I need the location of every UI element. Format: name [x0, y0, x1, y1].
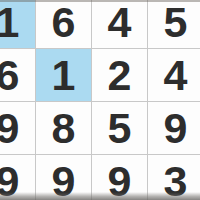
grid-cell[interactable]: 1: [0, 0, 35, 48]
grid-cell[interactable]: 6: [36, 0, 91, 48]
grid-cell[interactable]: 1: [36, 49, 91, 101]
sudoku-grid: 1 6 4 5 6 1 2 4 9 8 5 9 9 9 9 3: [0, 0, 200, 200]
grid-cell[interactable]: 5: [92, 102, 147, 154]
grid-cell[interactable]: 9: [0, 155, 35, 200]
grid-cell[interactable]: 5: [148, 0, 200, 48]
grid-cell[interactable]: 8: [36, 102, 91, 154]
grid-cell[interactable]: 4: [92, 0, 147, 48]
grid-cell[interactable]: 2: [92, 49, 147, 101]
grid-cell[interactable]: 9: [148, 102, 200, 154]
grid-cell[interactable]: 9: [0, 102, 35, 154]
grid-cell[interactable]: 6: [0, 49, 35, 101]
grid-cell[interactable]: 9: [36, 155, 91, 200]
grid-cell[interactable]: 9: [92, 155, 147, 200]
sudoku-board-viewport: 1 6 4 5 6 1 2 4 9 8 5 9 9 9 9 3: [0, 0, 200, 200]
grid-cell[interactable]: 4: [148, 49, 200, 101]
grid-cell[interactable]: 3: [148, 155, 200, 200]
